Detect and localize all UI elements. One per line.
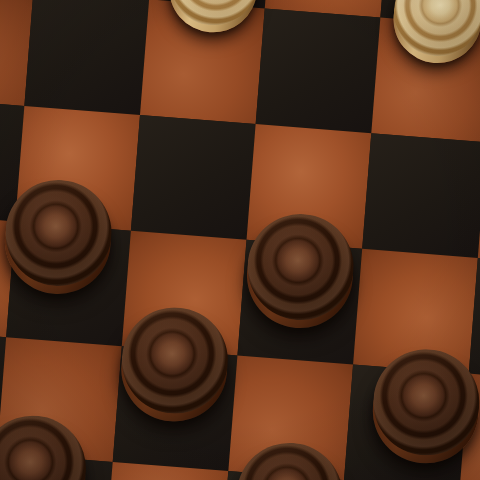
board-square xyxy=(131,115,256,240)
board-photo xyxy=(0,0,480,480)
board-square xyxy=(24,0,149,115)
board-square xyxy=(362,133,480,258)
board xyxy=(0,0,480,480)
board-square xyxy=(256,8,381,133)
